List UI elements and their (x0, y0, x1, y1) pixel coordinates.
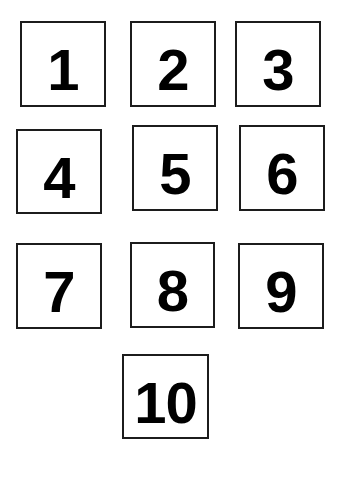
card-digit: 3 (262, 41, 293, 99)
card-digit: 2 (157, 41, 188, 99)
card-digit: 1 (47, 41, 78, 99)
card-digit: 9 (265, 263, 296, 321)
number-card-6: 6 (239, 125, 325, 211)
card-digit: 10 (134, 374, 197, 432)
card-digit: 5 (159, 145, 190, 203)
card-digit: 8 (157, 262, 188, 320)
number-card-4: 4 (16, 129, 102, 214)
number-card-10: 10 (122, 354, 209, 439)
number-card-5: 5 (132, 125, 218, 211)
number-cards-sheet: 1 2 3 4 5 6 7 8 9 10 (0, 0, 350, 500)
number-card-1: 1 (20, 21, 106, 107)
number-card-2: 2 (130, 21, 216, 107)
card-digit: 6 (266, 145, 297, 203)
number-card-3: 3 (235, 21, 321, 107)
number-card-8: 8 (130, 242, 215, 328)
number-card-7: 7 (16, 243, 102, 329)
card-digit: 7 (43, 263, 74, 321)
card-digit: 4 (43, 149, 74, 207)
number-card-9: 9 (238, 243, 324, 329)
